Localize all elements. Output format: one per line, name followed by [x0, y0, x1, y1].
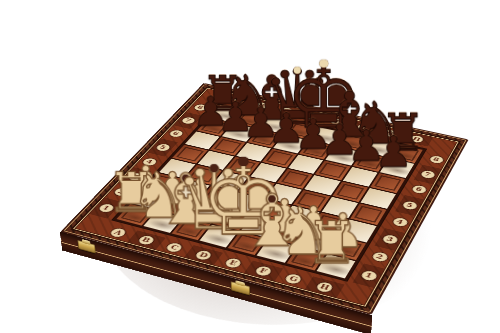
piece-finial	[319, 59, 327, 67]
square-h1[interactable]: ♜	[316, 253, 355, 277]
brass-clasp-icon	[77, 240, 95, 253]
coordinate-label: 5	[154, 143, 171, 152]
piece-white-rook[interactable]: ♜	[306, 213, 358, 271]
chess-board: ABCDEFGH ABCDEFGH 87654321 87654321 ♜♞♝♛…	[61, 83, 469, 315]
coordinate-label: 2	[370, 251, 388, 262]
brass-clasp-icon	[231, 281, 250, 295]
product-photo: ABCDEFGH ABCDEFGH 87654321 87654321 ♜♞♝♛…	[0, 0, 500, 333]
piece-black-pawn[interactable]: ♟	[375, 130, 413, 173]
coordinate-label: 6	[167, 129, 184, 138]
piece-finial	[238, 156, 248, 166]
